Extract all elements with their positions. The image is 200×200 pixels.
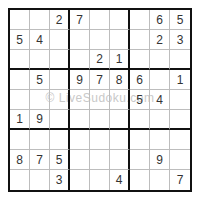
sudoku-cell-r5c9[interactable] <box>170 90 190 110</box>
sudoku-cell-r3c1[interactable] <box>10 50 30 70</box>
sudoku-cell-r6c8[interactable] <box>150 110 170 130</box>
sudoku-cell-r1c3[interactable]: 2 <box>50 10 70 30</box>
sudoku-cell-r8c5[interactable] <box>90 150 110 170</box>
sudoku-cell-r8c7[interactable] <box>130 150 150 170</box>
sudoku-cell-r4c5[interactable]: 7 <box>90 70 110 90</box>
sudoku-cell-r5c1[interactable] <box>10 90 30 110</box>
sudoku-cell-r5c8[interactable]: 4 <box>150 90 170 110</box>
sudoku-cell-r1c8[interactable]: 6 <box>150 10 170 30</box>
sudoku-cell-r3c7[interactable] <box>130 50 150 70</box>
sudoku-cell-r1c5[interactable] <box>90 10 110 30</box>
given-digit: 5 <box>36 74 43 86</box>
given-digit: 5 <box>56 154 63 166</box>
sudoku-cell-r6c2[interactable]: 9 <box>30 110 50 130</box>
sudoku-cell-r2c6[interactable] <box>110 30 130 50</box>
sudoku-cell-r2c3[interactable] <box>50 30 70 50</box>
given-digit: 8 <box>116 74 123 86</box>
sudoku-cell-r6c9[interactable] <box>170 110 190 130</box>
sudoku-cell-r2c4[interactable] <box>70 30 90 50</box>
sudoku-cell-r5c6[interactable] <box>110 90 130 110</box>
sudoku-cell-r9c1[interactable] <box>10 170 30 190</box>
sudoku-cell-r9c5[interactable] <box>90 170 110 190</box>
sudoku-cell-r5c2[interactable] <box>30 90 50 110</box>
sudoku-cell-r3c4[interactable] <box>70 50 90 70</box>
sudoku-cell-r1c1[interactable] <box>10 10 30 30</box>
sudoku-cell-r4c6[interactable]: 8 <box>110 70 130 90</box>
given-digit: 9 <box>36 113 43 125</box>
sudoku-cell-r1c6[interactable] <box>110 10 130 30</box>
sudoku-cell-r7c5[interactable] <box>90 130 110 150</box>
sudoku-cell-r9c6[interactable]: 4 <box>110 170 130 190</box>
sudoku-cell-r5c5[interactable] <box>90 90 110 110</box>
sudoku-cell-r7c3[interactable] <box>50 130 70 150</box>
sudoku-cell-r9c3[interactable]: 3 <box>50 170 70 190</box>
sudoku-cell-r8c4[interactable] <box>70 150 90 170</box>
given-digit: 3 <box>56 174 63 186</box>
sudoku-cell-r9c2[interactable] <box>30 170 50 190</box>
sudoku-cell-r3c5[interactable]: 2 <box>90 50 110 70</box>
given-digit: 2 <box>96 53 103 65</box>
given-digit: 8 <box>16 154 23 166</box>
sudoku-cell-r6c3[interactable] <box>50 110 70 130</box>
given-digit: 2 <box>56 14 63 26</box>
given-digit: 1 <box>16 113 23 125</box>
sudoku-cell-r6c4[interactable] <box>70 110 90 130</box>
given-digit: 7 <box>96 74 103 86</box>
sudoku-cell-r9c8[interactable] <box>150 170 170 190</box>
sudoku-cell-r3c6[interactable]: 1 <box>110 50 130 70</box>
given-digit: 2 <box>156 34 163 46</box>
sudoku-cell-r5c7[interactable]: 5 <box>130 90 150 110</box>
given-digit: 4 <box>116 174 123 186</box>
sudoku-cell-r5c4[interactable] <box>70 90 90 110</box>
sudoku-cell-r4c7[interactable]: 6 <box>130 70 150 90</box>
given-digit: 7 <box>76 14 83 26</box>
sudoku-cell-r2c7[interactable] <box>130 30 150 50</box>
sudoku-cell-r4c2[interactable]: 5 <box>30 70 50 90</box>
sudoku-cell-r4c3[interactable] <box>50 70 70 90</box>
sudoku-cell-r6c1[interactable]: 1 <box>10 110 30 130</box>
sudoku-cell-r3c9[interactable] <box>170 50 190 70</box>
given-digit: 5 <box>136 94 143 106</box>
sudoku-cell-r2c8[interactable]: 2 <box>150 30 170 50</box>
sudoku-cell-r7c8[interactable] <box>150 130 170 150</box>
sudoku-cell-r8c9[interactable] <box>170 150 190 170</box>
given-digit: 9 <box>156 154 163 166</box>
sudoku-cell-r5c3[interactable] <box>50 90 70 110</box>
sudoku-cell-r6c7[interactable] <box>130 110 150 130</box>
sudoku-cell-r8c6[interactable] <box>110 150 130 170</box>
sudoku-cell-r2c5[interactable] <box>90 30 110 50</box>
sudoku-cell-r3c8[interactable] <box>150 50 170 70</box>
sudoku-cell-r4c8[interactable] <box>150 70 170 90</box>
sudoku-cell-r2c9[interactable]: 3 <box>170 30 190 50</box>
sudoku-cell-r8c3[interactable]: 5 <box>50 150 70 170</box>
sudoku-cell-r4c4[interactable]: 9 <box>70 70 90 90</box>
sudoku-cell-r7c9[interactable] <box>170 130 190 150</box>
sudoku-cell-r1c4[interactable]: 7 <box>70 10 90 30</box>
given-digit: 6 <box>156 14 163 26</box>
sudoku-cell-r9c7[interactable] <box>130 170 150 190</box>
given-digit: 9 <box>76 74 83 86</box>
sudoku-cell-r6c6[interactable] <box>110 110 130 130</box>
sudoku-cell-r1c9[interactable]: 5 <box>170 10 190 30</box>
sudoku-cell-r7c1[interactable] <box>10 130 30 150</box>
sudoku-cell-r1c2[interactable] <box>30 10 50 30</box>
sudoku-cell-r4c9[interactable]: 1 <box>170 70 190 90</box>
sudoku-cell-r7c7[interactable] <box>130 130 150 150</box>
sudoku-cell-r8c2[interactable]: 7 <box>30 150 50 170</box>
sudoku-cell-r2c2[interactable]: 4 <box>30 30 50 50</box>
sudoku-cell-r8c1[interactable]: 8 <box>10 150 30 170</box>
given-digit: 6 <box>136 74 143 86</box>
sudoku-cell-r9c4[interactable] <box>70 170 90 190</box>
given-digit: 1 <box>177 74 184 86</box>
given-digit: 7 <box>177 174 184 186</box>
sudoku-cell-r2c1[interactable]: 5 <box>10 30 30 50</box>
sudoku-cell-r6c5[interactable] <box>90 110 110 130</box>
given-digit: 5 <box>16 34 23 46</box>
given-digit: 4 <box>36 34 43 46</box>
sudoku-cell-r4c1[interactable] <box>10 70 30 90</box>
given-digit: 3 <box>177 34 184 46</box>
sudoku-cell-r9c9[interactable]: 7 <box>170 170 190 190</box>
given-digit: 7 <box>36 154 43 166</box>
sudoku-cell-r8c8[interactable]: 9 <box>150 150 170 170</box>
sudoku-cell-r7c6[interactable] <box>110 130 130 150</box>
sudoku-page: © LiveSudoku.com 27655423215978615419875… <box>0 0 200 200</box>
sudoku-cell-r3c3[interactable] <box>50 50 70 70</box>
given-digit: 1 <box>116 53 123 65</box>
sudoku-cell-r1c7[interactable] <box>130 10 150 30</box>
given-digit: 5 <box>177 14 184 26</box>
sudoku-cell-r3c2[interactable] <box>30 50 50 70</box>
given-digit: 4 <box>156 94 163 106</box>
sudoku-cell-r7c4[interactable] <box>70 130 90 150</box>
sudoku-board: © LiveSudoku.com 27655423215978615419875… <box>8 8 192 192</box>
sudoku-cell-r7c2[interactable] <box>30 130 50 150</box>
